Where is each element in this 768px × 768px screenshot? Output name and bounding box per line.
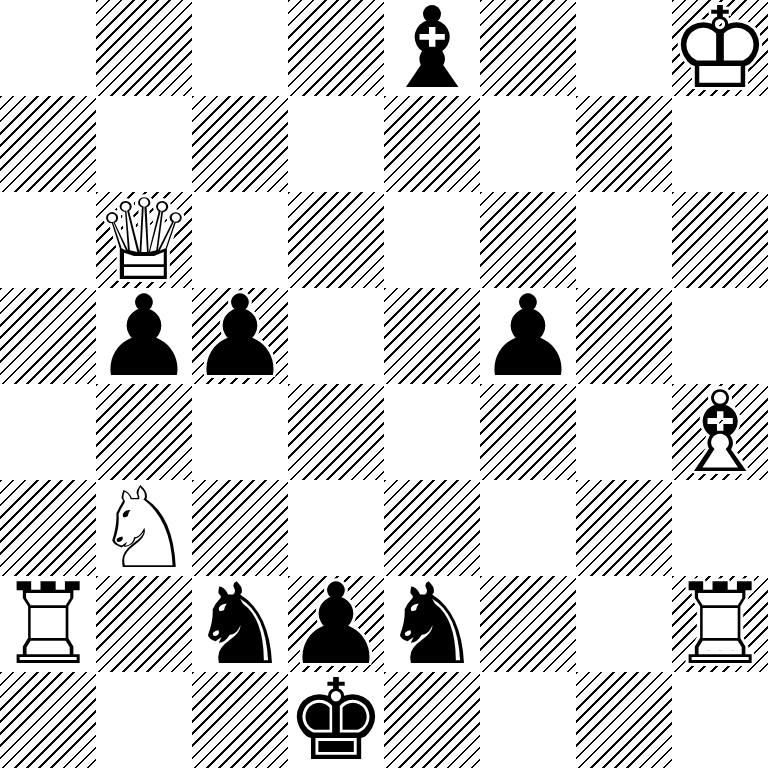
- square-f4[interactable]: [480, 384, 576, 480]
- square-g6[interactable]: [576, 192, 672, 288]
- square-c8[interactable]: [192, 0, 288, 96]
- square-f1[interactable]: [480, 672, 576, 768]
- piece-black-pawn[interactable]: ♟♟: [96, 288, 192, 384]
- piece-white-knight[interactable]: ♞♘: [96, 480, 192, 576]
- square-h1[interactable]: [672, 672, 768, 768]
- square-f2[interactable]: [480, 576, 576, 672]
- square-c4[interactable]: [192, 384, 288, 480]
- square-d5[interactable]: [288, 288, 384, 384]
- piece-glyph: ♟: [480, 288, 576, 384]
- square-a6[interactable]: [0, 192, 96, 288]
- square-a4[interactable]: [0, 384, 96, 480]
- piece-glyph: ♚: [288, 672, 384, 768]
- piece-black-bishop[interactable]: ♝♝: [384, 0, 480, 96]
- square-h6[interactable]: [672, 192, 768, 288]
- square-h8[interactable]: ♚♔: [672, 0, 768, 96]
- piece-white-bishop[interactable]: ♝♗: [672, 384, 768, 480]
- piece-glyph: ♖: [672, 576, 768, 672]
- square-g4[interactable]: [576, 384, 672, 480]
- square-f5[interactable]: ♟♟: [480, 288, 576, 384]
- square-a8[interactable]: [0, 0, 96, 96]
- square-d4[interactable]: [288, 384, 384, 480]
- square-g8[interactable]: [576, 0, 672, 96]
- square-c7[interactable]: [192, 96, 288, 192]
- square-e1[interactable]: [384, 672, 480, 768]
- square-f8[interactable]: [480, 0, 576, 96]
- square-e4[interactable]: [384, 384, 480, 480]
- square-d1[interactable]: ♚♚: [288, 672, 384, 768]
- square-c1[interactable]: [192, 672, 288, 768]
- chess-board: ♝♝♚♔♛♕♟♟♟♟♟♟♝♗♞♘♜♖♞♞♟♟♞♞♜♖♚♚: [0, 0, 768, 768]
- piece-glyph: ♞: [384, 576, 480, 672]
- square-g2[interactable]: [576, 576, 672, 672]
- square-f7[interactable]: [480, 96, 576, 192]
- piece-black-knight[interactable]: ♞♞: [192, 576, 288, 672]
- square-g3[interactable]: [576, 480, 672, 576]
- square-d7[interactable]: [288, 96, 384, 192]
- square-g7[interactable]: [576, 96, 672, 192]
- piece-black-pawn[interactable]: ♟♟: [480, 288, 576, 384]
- piece-glyph: ♖: [0, 576, 96, 672]
- square-a7[interactable]: [0, 96, 96, 192]
- piece-white-king[interactable]: ♚♔: [672, 0, 768, 96]
- square-e2[interactable]: ♞♞: [384, 576, 480, 672]
- square-e5[interactable]: [384, 288, 480, 384]
- square-g5[interactable]: [576, 288, 672, 384]
- piece-glyph: ♟: [96, 288, 192, 384]
- square-a5[interactable]: [0, 288, 96, 384]
- square-b1[interactable]: [96, 672, 192, 768]
- square-h2[interactable]: ♜♖: [672, 576, 768, 672]
- piece-glyph: ♗: [672, 384, 768, 480]
- square-e8[interactable]: ♝♝: [384, 0, 480, 96]
- square-c2[interactable]: ♞♞: [192, 576, 288, 672]
- piece-glyph: ♟: [192, 288, 288, 384]
- square-h7[interactable]: [672, 96, 768, 192]
- piece-white-rook[interactable]: ♜♖: [672, 576, 768, 672]
- piece-white-rook[interactable]: ♜♖: [0, 576, 96, 672]
- piece-black-king[interactable]: ♚♚: [288, 672, 384, 768]
- square-h4[interactable]: ♝♗: [672, 384, 768, 480]
- square-b2[interactable]: [96, 576, 192, 672]
- piece-black-knight[interactable]: ♞♞: [384, 576, 480, 672]
- square-d8[interactable]: [288, 0, 384, 96]
- square-c5[interactable]: ♟♟: [192, 288, 288, 384]
- piece-glyph: ♝: [384, 0, 480, 96]
- piece-black-pawn[interactable]: ♟♟: [192, 288, 288, 384]
- square-b3[interactable]: ♞♘: [96, 480, 192, 576]
- square-a1[interactable]: [0, 672, 96, 768]
- square-g1[interactable]: [576, 672, 672, 768]
- piece-glyph: ♞: [192, 576, 288, 672]
- square-a2[interactable]: ♜♖: [0, 576, 96, 672]
- piece-glyph: ♘: [96, 480, 192, 576]
- square-d6[interactable]: [288, 192, 384, 288]
- square-b8[interactable]: [96, 0, 192, 96]
- square-e6[interactable]: [384, 192, 480, 288]
- square-b5[interactable]: ♟♟: [96, 288, 192, 384]
- piece-glyph: ♔: [672, 0, 768, 96]
- square-e7[interactable]: [384, 96, 480, 192]
- square-f3[interactable]: [480, 480, 576, 576]
